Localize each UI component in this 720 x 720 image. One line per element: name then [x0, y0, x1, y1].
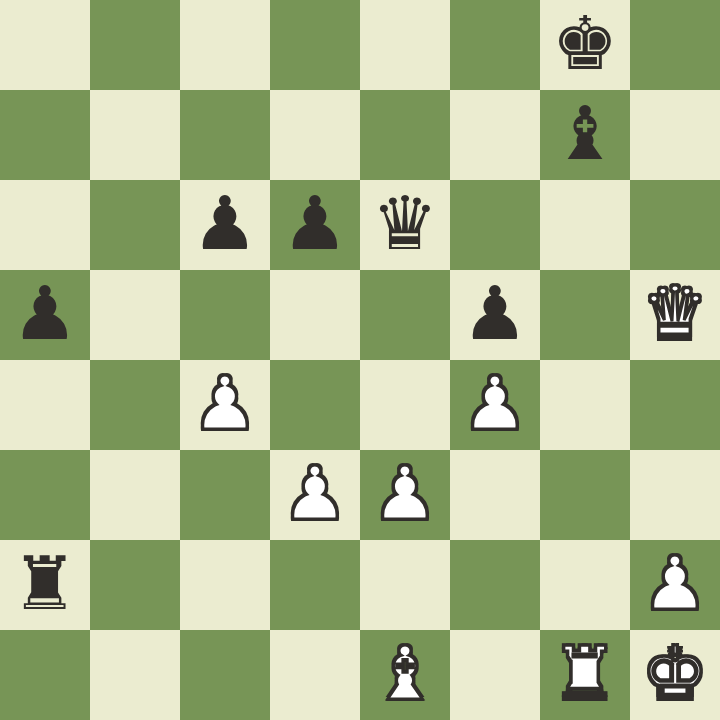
- piece-black-pawn[interactable]: ♟: [462, 268, 528, 358]
- square-c8[interactable]: [180, 0, 270, 90]
- square-g5[interactable]: [540, 270, 630, 360]
- square-g1[interactable]: ♜: [540, 630, 630, 720]
- square-a2[interactable]: ♜: [0, 540, 90, 630]
- square-d2[interactable]: [270, 540, 360, 630]
- square-d7[interactable]: [270, 90, 360, 180]
- piece-black-king[interactable]: ♚: [552, 0, 618, 88]
- square-f5[interactable]: ♟: [450, 270, 540, 360]
- piece-white-pawn[interactable]: ♟: [642, 538, 708, 628]
- square-e6[interactable]: ♛: [360, 180, 450, 270]
- square-e7[interactable]: [360, 90, 450, 180]
- square-c5[interactable]: [180, 270, 270, 360]
- square-f2[interactable]: [450, 540, 540, 630]
- square-h2[interactable]: ♟: [630, 540, 720, 630]
- piece-white-pawn[interactable]: ♟: [462, 358, 528, 448]
- square-e8[interactable]: [360, 0, 450, 90]
- chess-board: ♚♝♟♟♛♟♟♛♟♟♟♟♜♟♝♜♚: [0, 0, 720, 720]
- piece-white-rook[interactable]: ♜: [552, 628, 618, 718]
- piece-white-pawn[interactable]: ♟: [372, 448, 438, 538]
- square-f6[interactable]: [450, 180, 540, 270]
- square-f8[interactable]: [450, 0, 540, 90]
- square-a5[interactable]: ♟: [0, 270, 90, 360]
- square-f3[interactable]: [450, 450, 540, 540]
- square-h1[interactable]: ♚: [630, 630, 720, 720]
- square-b2[interactable]: [90, 540, 180, 630]
- square-d6[interactable]: ♟: [270, 180, 360, 270]
- square-a8[interactable]: [0, 0, 90, 90]
- square-f4[interactable]: ♟: [450, 360, 540, 450]
- square-a3[interactable]: [0, 450, 90, 540]
- square-b7[interactable]: [90, 90, 180, 180]
- square-h3[interactable]: [630, 450, 720, 540]
- square-c7[interactable]: [180, 90, 270, 180]
- piece-white-pawn[interactable]: ♟: [192, 358, 258, 448]
- square-h4[interactable]: [630, 360, 720, 450]
- square-g8[interactable]: ♚: [540, 0, 630, 90]
- square-d8[interactable]: [270, 0, 360, 90]
- square-h5[interactable]: ♛: [630, 270, 720, 360]
- square-c2[interactable]: [180, 540, 270, 630]
- square-d3[interactable]: ♟: [270, 450, 360, 540]
- square-g4[interactable]: [540, 360, 630, 450]
- square-a6[interactable]: [0, 180, 90, 270]
- square-f7[interactable]: [450, 90, 540, 180]
- square-g6[interactable]: [540, 180, 630, 270]
- square-b8[interactable]: [90, 0, 180, 90]
- square-h8[interactable]: [630, 0, 720, 90]
- square-c4[interactable]: ♟: [180, 360, 270, 450]
- square-g2[interactable]: [540, 540, 630, 630]
- square-e3[interactable]: ♟: [360, 450, 450, 540]
- piece-white-queen[interactable]: ♛: [642, 268, 708, 358]
- square-a4[interactable]: [0, 360, 90, 450]
- square-a7[interactable]: [0, 90, 90, 180]
- piece-black-pawn[interactable]: ♟: [282, 178, 348, 268]
- square-f1[interactable]: [450, 630, 540, 720]
- piece-black-queen[interactable]: ♛: [372, 178, 438, 268]
- piece-black-pawn[interactable]: ♟: [192, 178, 258, 268]
- piece-black-pawn[interactable]: ♟: [12, 268, 78, 358]
- square-d4[interactable]: [270, 360, 360, 450]
- square-e4[interactable]: [360, 360, 450, 450]
- piece-black-bishop[interactable]: ♝: [552, 88, 618, 178]
- square-h7[interactable]: [630, 90, 720, 180]
- square-b1[interactable]: [90, 630, 180, 720]
- square-g7[interactable]: ♝: [540, 90, 630, 180]
- piece-black-rook[interactable]: ♜: [12, 538, 78, 628]
- square-b6[interactable]: [90, 180, 180, 270]
- square-e2[interactable]: [360, 540, 450, 630]
- square-b3[interactable]: [90, 450, 180, 540]
- piece-white-bishop[interactable]: ♝: [372, 628, 438, 718]
- square-b5[interactable]: [90, 270, 180, 360]
- piece-white-pawn[interactable]: ♟: [282, 448, 348, 538]
- square-e5[interactable]: [360, 270, 450, 360]
- square-c6[interactable]: ♟: [180, 180, 270, 270]
- square-a1[interactable]: [0, 630, 90, 720]
- piece-white-king[interactable]: ♚: [642, 628, 708, 718]
- square-c3[interactable]: [180, 450, 270, 540]
- square-b4[interactable]: [90, 360, 180, 450]
- square-e1[interactable]: ♝: [360, 630, 450, 720]
- square-c1[interactable]: [180, 630, 270, 720]
- square-d5[interactable]: [270, 270, 360, 360]
- square-h6[interactable]: [630, 180, 720, 270]
- square-d1[interactable]: [270, 630, 360, 720]
- square-g3[interactable]: [540, 450, 630, 540]
